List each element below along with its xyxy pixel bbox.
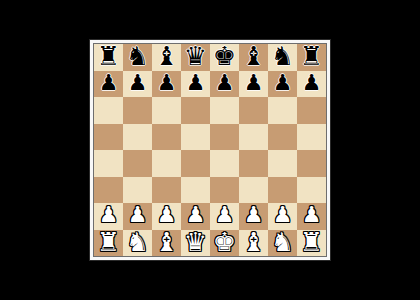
square-d8[interactable]: ♛ [181,44,210,71]
square-h4[interactable] [297,150,326,177]
square-b5[interactable] [123,124,152,151]
square-b8[interactable]: ♞ [123,44,152,71]
square-f2[interactable]: ♟ [239,203,268,230]
piece-black-knight: ♞ [271,44,294,69]
piece-black-king: ♚ [213,44,236,69]
square-f3[interactable] [239,177,268,204]
chess-board[interactable]: ♜♞♝♛♚♝♞♜♟♟♟♟♟♟♟♟♟♟♟♟♟♟♟♟♜♞♝♛♚♝♞♜ [94,44,326,256]
square-g2[interactable]: ♟ [268,203,297,230]
square-a6[interactable] [94,97,123,124]
square-h2[interactable]: ♟ [297,203,326,230]
piece-white-queen: ♛ [184,230,207,255]
square-b6[interactable] [123,97,152,124]
piece-white-pawn: ♟ [128,204,148,226]
square-a4[interactable] [94,150,123,177]
square-a7[interactable]: ♟ [94,71,123,98]
piece-black-rook: ♜ [97,44,120,69]
piece-black-pawn: ♟ [215,72,235,94]
square-h1[interactable]: ♜ [297,230,326,257]
square-e6[interactable] [210,97,239,124]
square-d3[interactable] [181,177,210,204]
piece-white-knight: ♞ [126,230,149,255]
piece-black-pawn: ♟ [99,72,119,94]
piece-black-pawn: ♟ [244,72,264,94]
square-c1[interactable]: ♝ [152,230,181,257]
square-e8[interactable]: ♚ [210,44,239,71]
square-a8[interactable]: ♜ [94,44,123,71]
square-a5[interactable] [94,124,123,151]
piece-white-pawn: ♟ [215,204,235,226]
piece-white-pawn: ♟ [157,204,177,226]
piece-black-knight: ♞ [126,44,149,69]
square-e1[interactable]: ♚ [210,230,239,257]
square-e4[interactable] [210,150,239,177]
square-h3[interactable] [297,177,326,204]
square-b2[interactable]: ♟ [123,203,152,230]
piece-white-rook: ♜ [97,230,120,255]
square-g8[interactable]: ♞ [268,44,297,71]
piece-white-bishop: ♝ [242,230,265,255]
piece-white-bishop: ♝ [155,230,178,255]
square-d7[interactable]: ♟ [181,71,210,98]
square-c3[interactable] [152,177,181,204]
square-d5[interactable] [181,124,210,151]
square-a3[interactable] [94,177,123,204]
piece-white-pawn: ♟ [186,204,206,226]
chess-board-frame: ♜♞♝♛♚♝♞♜♟♟♟♟♟♟♟♟♟♟♟♟♟♟♟♟♜♞♝♛♚♝♞♜ [90,40,330,260]
square-e2[interactable]: ♟ [210,203,239,230]
square-f1[interactable]: ♝ [239,230,268,257]
square-f5[interactable] [239,124,268,151]
square-a2[interactable]: ♟ [94,203,123,230]
screen-background: ♜♞♝♛♚♝♞♜♟♟♟♟♟♟♟♟♟♟♟♟♟♟♟♟♜♞♝♛♚♝♞♜ [0,0,420,300]
piece-white-pawn: ♟ [244,204,264,226]
square-a1[interactable]: ♜ [94,230,123,257]
piece-black-bishop: ♝ [242,44,265,69]
piece-white-king: ♚ [213,230,236,255]
piece-black-pawn: ♟ [273,72,293,94]
square-c8[interactable]: ♝ [152,44,181,71]
square-c5[interactable] [152,124,181,151]
piece-black-pawn: ♟ [186,72,206,94]
square-b3[interactable] [123,177,152,204]
piece-black-pawn: ♟ [128,72,148,94]
piece-black-queen: ♛ [184,44,207,69]
square-e7[interactable]: ♟ [210,71,239,98]
square-g3[interactable] [268,177,297,204]
square-b7[interactable]: ♟ [123,71,152,98]
square-g4[interactable] [268,150,297,177]
square-c7[interactable]: ♟ [152,71,181,98]
piece-white-rook: ♜ [300,230,323,255]
piece-black-rook: ♜ [300,44,323,69]
square-b4[interactable] [123,150,152,177]
square-b1[interactable]: ♞ [123,230,152,257]
square-g6[interactable] [268,97,297,124]
square-d6[interactable] [181,97,210,124]
square-f7[interactable]: ♟ [239,71,268,98]
square-h6[interactable] [297,97,326,124]
piece-black-pawn: ♟ [157,72,177,94]
square-f4[interactable] [239,150,268,177]
square-h5[interactable] [297,124,326,151]
piece-white-pawn: ♟ [99,204,119,226]
square-h7[interactable]: ♟ [297,71,326,98]
square-g5[interactable] [268,124,297,151]
square-c2[interactable]: ♟ [152,203,181,230]
square-c6[interactable] [152,97,181,124]
piece-white-pawn: ♟ [273,204,293,226]
piece-black-pawn: ♟ [302,72,322,94]
piece-white-pawn: ♟ [302,204,322,226]
square-e3[interactable] [210,177,239,204]
piece-white-knight: ♞ [271,230,294,255]
square-e5[interactable] [210,124,239,151]
square-g1[interactable]: ♞ [268,230,297,257]
square-c4[interactable] [152,150,181,177]
piece-black-bishop: ♝ [155,44,178,69]
square-d2[interactable]: ♟ [181,203,210,230]
square-d4[interactable] [181,150,210,177]
square-f6[interactable] [239,97,268,124]
square-f8[interactable]: ♝ [239,44,268,71]
square-h8[interactable]: ♜ [297,44,326,71]
square-d1[interactable]: ♛ [181,230,210,257]
square-g7[interactable]: ♟ [268,71,297,98]
